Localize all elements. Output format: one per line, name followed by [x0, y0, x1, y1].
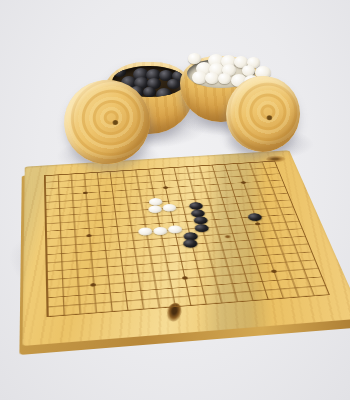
wood-knot-bottom — [166, 303, 183, 322]
go-set-photo — [0, 0, 350, 400]
star-point — [171, 228, 177, 231]
black-stone-M13[interactable] — [188, 202, 203, 210]
black-stone-M12[interactable] — [191, 209, 206, 217]
black-stone-L9[interactable] — [182, 232, 198, 241]
black-stone-in-bowl — [156, 88, 172, 98]
star-point — [162, 186, 167, 189]
wood-knot-small — [224, 235, 232, 239]
star-point — [87, 234, 92, 237]
black-stone-in-bowl — [167, 79, 180, 90]
lid-center-pin-icon — [266, 115, 273, 121]
white-stone-K13[interactable] — [162, 204, 177, 212]
lid-center-pin-icon — [112, 119, 119, 125]
white-stone-in-bowl — [205, 72, 219, 83]
star-point — [255, 222, 261, 225]
board-floor-shadow — [0, 218, 153, 328]
black-stone-M10[interactable] — [194, 224, 210, 233]
white-stone-J13[interactable] — [148, 205, 163, 213]
star-point — [241, 181, 246, 184]
star-point — [271, 270, 277, 274]
black-stone-in-bowl — [113, 67, 126, 78]
white-stone-J10[interactable] — [152, 227, 167, 236]
black-stone-Q11[interactable] — [247, 213, 263, 221]
white-stone-H10[interactable] — [138, 227, 153, 236]
white-stone-J14[interactable] — [148, 198, 163, 206]
black-stone-L8[interactable] — [183, 239, 199, 248]
star-point — [83, 191, 88, 194]
white-stone-K10[interactable] — [167, 225, 182, 234]
black-stone-in-bowl — [143, 87, 156, 98]
black-stone-M11[interactable] — [193, 216, 209, 225]
star-point — [181, 276, 187, 280]
white-stone-in-bowl — [218, 73, 231, 84]
